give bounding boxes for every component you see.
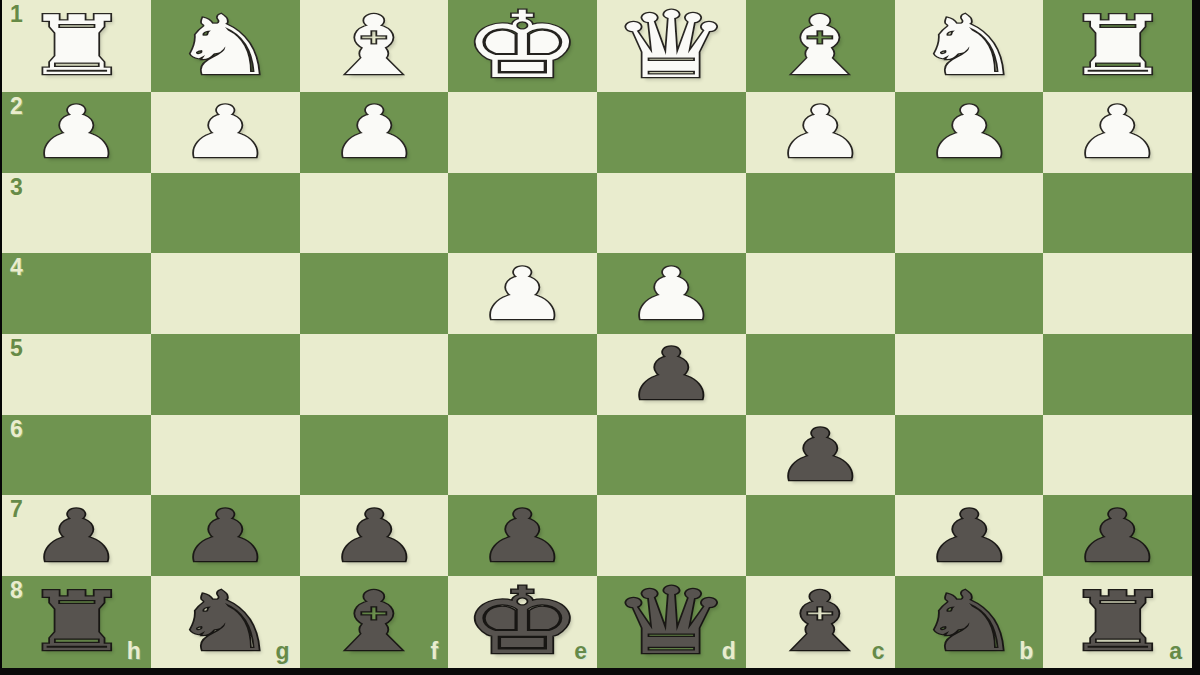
square-c8[interactable]: c♝ — [746, 576, 895, 668]
letterbox-right — [1192, 0, 1200, 675]
letterbox-bottom — [0, 668, 1200, 675]
piece-wN-g1[interactable]: ♞ — [172, 5, 279, 87]
square-h6[interactable]: 6 — [2, 415, 151, 496]
piece-bP-h7[interactable]: ♟ — [30, 500, 124, 572]
square-h5[interactable]: 5 — [2, 334, 151, 415]
square-g3[interactable] — [151, 173, 300, 254]
square-e1[interactable]: ♚ — [448, 0, 597, 92]
square-b2[interactable]: ♟ — [895, 92, 1044, 173]
square-c3[interactable] — [746, 173, 895, 254]
piece-wR-a1[interactable]: ♜ — [1064, 5, 1171, 87]
square-f3[interactable] — [300, 173, 449, 254]
piece-bP-b7[interactable]: ♟ — [922, 500, 1016, 572]
square-d5[interactable]: ♟ — [597, 334, 746, 415]
piece-bQ-d8[interactable]: ♛ — [612, 576, 732, 668]
square-d8[interactable]: d♛ — [597, 576, 746, 668]
square-a2[interactable]: ♟ — [1043, 92, 1192, 173]
square-e4[interactable]: ♟ — [448, 253, 597, 334]
square-a6[interactable] — [1043, 415, 1192, 496]
square-g8[interactable]: g♞ — [151, 576, 300, 668]
file-label-h: h — [127, 640, 141, 663]
square-b8[interactable]: b♞ — [895, 576, 1044, 668]
square-b6[interactable] — [895, 415, 1044, 496]
file-label-a: a — [1169, 640, 1182, 663]
square-h7[interactable]: 7♟ — [2, 495, 151, 576]
square-c2[interactable]: ♟ — [746, 92, 895, 173]
piece-wP-c2[interactable]: ♟ — [773, 96, 867, 168]
piece-bR-a8[interactable]: ♜ — [1064, 581, 1171, 663]
square-f8[interactable]: f♝ — [300, 576, 449, 668]
square-e5[interactable] — [448, 334, 597, 415]
square-g5[interactable] — [151, 334, 300, 415]
piece-wR-h1[interactable]: ♜ — [23, 5, 130, 87]
square-h3[interactable]: 3 — [2, 173, 151, 254]
piece-wP-a2[interactable]: ♟ — [1071, 96, 1165, 168]
file-label-b: b — [1019, 640, 1033, 663]
rank-label-1: 1 — [10, 3, 23, 26]
square-f5[interactable] — [300, 334, 449, 415]
piece-bP-g7[interactable]: ♟ — [178, 500, 272, 572]
square-f1[interactable]: ♝ — [300, 0, 449, 92]
piece-wP-d4[interactable]: ♟ — [625, 258, 719, 330]
square-g7[interactable]: ♟ — [151, 495, 300, 576]
piece-bK-e8[interactable]: ♚ — [463, 576, 583, 668]
square-d1[interactable]: ♛ — [597, 0, 746, 92]
square-f6[interactable] — [300, 415, 449, 496]
square-e7[interactable]: ♟ — [448, 495, 597, 576]
piece-bP-e7[interactable]: ♟ — [476, 500, 570, 572]
piece-bR-h8[interactable]: ♜ — [23, 581, 130, 663]
square-c5[interactable] — [746, 334, 895, 415]
square-b3[interactable] — [895, 173, 1044, 254]
rank-label-5: 5 — [10, 337, 23, 360]
square-g6[interactable] — [151, 415, 300, 496]
square-g4[interactable] — [151, 253, 300, 334]
piece-bP-d5[interactable]: ♟ — [625, 338, 719, 410]
piece-wP-b2[interactable]: ♟ — [922, 96, 1016, 168]
rank-label-6: 6 — [10, 418, 23, 441]
square-g2[interactable]: ♟ — [151, 92, 300, 173]
square-d3[interactable] — [597, 173, 746, 254]
square-a8[interactable]: a♜ — [1043, 576, 1192, 668]
piece-bN-g8[interactable]: ♞ — [172, 581, 279, 663]
file-label-c: c — [872, 640, 885, 663]
square-c7[interactable] — [746, 495, 895, 576]
piece-wP-h2[interactable]: ♟ — [30, 96, 124, 168]
square-d7[interactable] — [597, 495, 746, 576]
square-a4[interactable] — [1043, 253, 1192, 334]
piece-bB-c8[interactable]: ♝ — [767, 581, 874, 663]
square-f2[interactable]: ♟ — [300, 92, 449, 173]
piece-wK-e1[interactable]: ♚ — [463, 0, 583, 92]
square-e3[interactable] — [448, 173, 597, 254]
square-e6[interactable] — [448, 415, 597, 496]
piece-bN-b8[interactable]: ♞ — [916, 581, 1023, 663]
file-label-e: e — [574, 640, 587, 663]
square-g1[interactable]: ♞ — [151, 0, 300, 92]
file-label-f: f — [431, 640, 439, 663]
screen: 1♜♞♝♚♛♝♞♜2♟♟♟♟♟♟34♟♟5♟6♟7♟♟♟♟♟♟8h♜g♞f♝e♚… — [0, 0, 1200, 675]
square-d4[interactable]: ♟ — [597, 253, 746, 334]
piece-wQ-d1[interactable]: ♛ — [612, 0, 732, 92]
piece-wB-c1[interactable]: ♝ — [767, 5, 874, 87]
square-f7[interactable]: ♟ — [300, 495, 449, 576]
piece-bB-f8[interactable]: ♝ — [321, 581, 428, 663]
piece-wN-b1[interactable]: ♞ — [916, 5, 1023, 87]
rank-label-3: 3 — [10, 176, 23, 199]
square-h4[interactable]: 4 — [2, 253, 151, 334]
piece-bP-c6[interactable]: ♟ — [773, 419, 867, 491]
piece-wP-e4[interactable]: ♟ — [476, 258, 570, 330]
rank-label-2: 2 — [10, 95, 23, 118]
square-h1[interactable]: 1♜ — [2, 0, 151, 92]
square-a5[interactable] — [1043, 334, 1192, 415]
piece-bP-f7[interactable]: ♟ — [327, 500, 421, 572]
square-b7[interactable]: ♟ — [895, 495, 1044, 576]
square-e8[interactable]: e♚ — [448, 576, 597, 668]
square-a3[interactable] — [1043, 173, 1192, 254]
piece-wP-f2[interactable]: ♟ — [327, 96, 421, 168]
square-a1[interactable]: ♜ — [1043, 0, 1192, 92]
square-c6[interactable]: ♟ — [746, 415, 895, 496]
square-h2[interactable]: 2♟ — [2, 92, 151, 173]
square-d2[interactable] — [597, 92, 746, 173]
square-c4[interactable] — [746, 253, 895, 334]
piece-wP-g2[interactable]: ♟ — [178, 96, 272, 168]
square-f4[interactable] — [300, 253, 449, 334]
square-b5[interactable] — [895, 334, 1044, 415]
square-h8[interactable]: 8h♜ — [2, 576, 151, 668]
rank-label-8: 8 — [10, 579, 23, 602]
square-a7[interactable]: ♟ — [1043, 495, 1192, 576]
square-d6[interactable] — [597, 415, 746, 496]
file-label-d: d — [722, 640, 736, 663]
chess-board: 1♜♞♝♚♛♝♞♜2♟♟♟♟♟♟34♟♟5♟6♟7♟♟♟♟♟♟8h♜g♞f♝e♚… — [2, 0, 1192, 668]
rank-label-4: 4 — [10, 256, 23, 279]
square-b1[interactable]: ♞ — [895, 0, 1044, 92]
square-e2[interactable] — [448, 92, 597, 173]
square-b4[interactable] — [895, 253, 1044, 334]
square-c1[interactable]: ♝ — [746, 0, 895, 92]
rank-label-7: 7 — [10, 498, 23, 521]
file-label-g: g — [275, 640, 289, 663]
piece-wB-f1[interactable]: ♝ — [321, 5, 428, 87]
piece-bP-a7[interactable]: ♟ — [1071, 500, 1165, 572]
